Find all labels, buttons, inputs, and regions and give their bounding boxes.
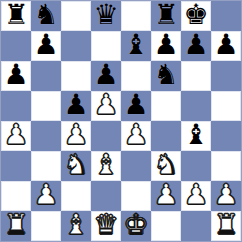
piece-black-bishop[interactable]: ♝ bbox=[123, 31, 148, 59]
square-d6[interactable]: ♟ bbox=[91, 61, 121, 91]
piece-white-pawn[interactable]: ♟ bbox=[33, 181, 58, 209]
square-c8[interactable] bbox=[61, 1, 91, 31]
square-d8[interactable]: ♛ bbox=[91, 1, 121, 31]
square-a4[interactable]: ♟ bbox=[1, 121, 31, 151]
square-b6[interactable] bbox=[31, 61, 61, 91]
piece-black-king[interactable]: ♚ bbox=[183, 1, 208, 29]
piece-black-knight[interactable]: ♞ bbox=[153, 61, 178, 89]
piece-black-knight[interactable]: ♞ bbox=[33, 1, 58, 29]
square-g5[interactable] bbox=[181, 91, 211, 121]
square-a8[interactable]: ♜ bbox=[1, 1, 31, 31]
square-f5[interactable] bbox=[151, 91, 181, 121]
piece-black-rook[interactable]: ♜ bbox=[3, 1, 28, 29]
piece-white-rook[interactable]: ♜ bbox=[3, 211, 28, 239]
piece-black-pawn[interactable]: ♟ bbox=[183, 31, 208, 59]
square-g8[interactable]: ♚ bbox=[181, 1, 211, 31]
square-c2[interactable] bbox=[61, 181, 91, 211]
square-g4[interactable]: ♝ bbox=[181, 121, 211, 151]
square-a1[interactable]: ♜ bbox=[1, 211, 31, 241]
piece-black-pawn[interactable]: ♟ bbox=[93, 61, 118, 89]
square-f7[interactable]: ♟ bbox=[151, 31, 181, 61]
square-b4[interactable] bbox=[31, 121, 61, 151]
square-f8[interactable]: ♜ bbox=[151, 1, 181, 31]
square-b7[interactable]: ♟ bbox=[31, 31, 61, 61]
piece-black-rook[interactable]: ♜ bbox=[153, 1, 178, 29]
square-f3[interactable]: ♞ bbox=[151, 151, 181, 181]
square-c6[interactable] bbox=[61, 61, 91, 91]
piece-white-knight[interactable]: ♞ bbox=[153, 151, 178, 179]
piece-black-pawn[interactable]: ♟ bbox=[213, 31, 238, 59]
piece-black-pawn[interactable]: ♟ bbox=[63, 91, 88, 119]
square-d3[interactable]: ♝ bbox=[91, 151, 121, 181]
square-h3[interactable] bbox=[211, 151, 241, 181]
piece-black-pawn[interactable]: ♟ bbox=[123, 91, 148, 119]
square-a2[interactable] bbox=[1, 181, 31, 211]
piece-white-pawn[interactable]: ♟ bbox=[153, 181, 178, 209]
square-g6[interactable] bbox=[181, 61, 211, 91]
square-e7[interactable]: ♝ bbox=[121, 31, 151, 61]
square-a3[interactable] bbox=[1, 151, 31, 181]
piece-white-king[interactable]: ♚ bbox=[123, 211, 148, 239]
square-f2[interactable]: ♟ bbox=[151, 181, 181, 211]
square-h2[interactable]: ♟ bbox=[211, 181, 241, 211]
square-d1[interactable]: ♛ bbox=[91, 211, 121, 241]
square-g3[interactable] bbox=[181, 151, 211, 181]
piece-black-queen[interactable]: ♛ bbox=[93, 1, 118, 29]
square-g7[interactable]: ♟ bbox=[181, 31, 211, 61]
square-f4[interactable] bbox=[151, 121, 181, 151]
piece-black-pawn[interactable]: ♟ bbox=[33, 31, 58, 59]
square-g2[interactable]: ♟ bbox=[181, 181, 211, 211]
square-a5[interactable] bbox=[1, 91, 31, 121]
square-c4[interactable]: ♟ bbox=[61, 121, 91, 151]
piece-white-pawn[interactable]: ♟ bbox=[183, 181, 208, 209]
square-c1[interactable]: ♝ bbox=[61, 211, 91, 241]
square-d7[interactable] bbox=[91, 31, 121, 61]
piece-white-knight[interactable]: ♞ bbox=[63, 151, 88, 179]
square-e6[interactable] bbox=[121, 61, 151, 91]
square-h7[interactable]: ♟ bbox=[211, 31, 241, 61]
square-e3[interactable] bbox=[121, 151, 151, 181]
square-d2[interactable] bbox=[91, 181, 121, 211]
square-d5[interactable]: ♟ bbox=[91, 91, 121, 121]
square-b1[interactable] bbox=[31, 211, 61, 241]
square-a6[interactable]: ♟ bbox=[1, 61, 31, 91]
piece-white-pawn[interactable]: ♟ bbox=[93, 91, 118, 119]
square-h8[interactable] bbox=[211, 1, 241, 31]
piece-white-rook[interactable]: ♜ bbox=[213, 211, 238, 239]
square-d4[interactable] bbox=[91, 121, 121, 151]
square-h4[interactable] bbox=[211, 121, 241, 151]
square-e4[interactable]: ♟ bbox=[121, 121, 151, 151]
piece-white-pawn[interactable]: ♟ bbox=[63, 121, 88, 149]
square-b5[interactable] bbox=[31, 91, 61, 121]
square-h5[interactable] bbox=[211, 91, 241, 121]
square-h6[interactable] bbox=[211, 61, 241, 91]
square-f1[interactable] bbox=[151, 211, 181, 241]
square-e2[interactable] bbox=[121, 181, 151, 211]
square-e8[interactable] bbox=[121, 1, 151, 31]
piece-black-pawn[interactable]: ♟ bbox=[153, 31, 178, 59]
square-c3[interactable]: ♞ bbox=[61, 151, 91, 181]
piece-white-pawn[interactable]: ♟ bbox=[123, 121, 148, 149]
square-c7[interactable] bbox=[61, 31, 91, 61]
piece-black-bishop[interactable]: ♝ bbox=[183, 121, 208, 149]
piece-white-queen[interactable]: ♛ bbox=[93, 211, 118, 239]
square-a7[interactable] bbox=[1, 31, 31, 61]
piece-black-pawn[interactable]: ♟ bbox=[3, 61, 28, 89]
square-g1[interactable] bbox=[181, 211, 211, 241]
square-f6[interactable]: ♞ bbox=[151, 61, 181, 91]
square-c5[interactable]: ♟ bbox=[61, 91, 91, 121]
square-e1[interactable]: ♚ bbox=[121, 211, 151, 241]
square-b8[interactable]: ♞ bbox=[31, 1, 61, 31]
piece-white-bishop[interactable]: ♝ bbox=[93, 151, 118, 179]
square-b3[interactable] bbox=[31, 151, 61, 181]
piece-white-pawn[interactable]: ♟ bbox=[213, 181, 238, 209]
square-b2[interactable]: ♟ bbox=[31, 181, 61, 211]
square-h1[interactable]: ♜ bbox=[211, 211, 241, 241]
chess-board: ♜♞♛♜♚♟♝♟♟♟♟♟♞♟♟♟♟♟♟♝♞♝♞♟♟♟♟♜♝♛♚♜ bbox=[0, 0, 242, 242]
piece-white-bishop[interactable]: ♝ bbox=[63, 211, 88, 239]
piece-white-pawn[interactable]: ♟ bbox=[3, 121, 28, 149]
square-e5[interactable]: ♟ bbox=[121, 91, 151, 121]
